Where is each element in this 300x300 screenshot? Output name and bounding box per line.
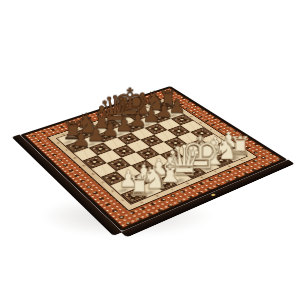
rank-label-3: 3	[100, 181, 105, 184]
chess-board: abcdefgh abcdefgh 87654321 87654321 ♜♞♝♛…	[20, 86, 288, 232]
brass-clasp	[211, 193, 217, 196]
perspective-scene: abcdefgh abcdefgh 87654321 87654321 ♜♞♝♛…	[0, 0, 300, 300]
board-frame: abcdefgh abcdefgh 87654321 87654321 ♜♞♝♛…	[20, 86, 288, 232]
product-photo-chess-set: abcdefgh abcdefgh 87654321 87654321 ♜♞♝♛…	[0, 0, 300, 300]
